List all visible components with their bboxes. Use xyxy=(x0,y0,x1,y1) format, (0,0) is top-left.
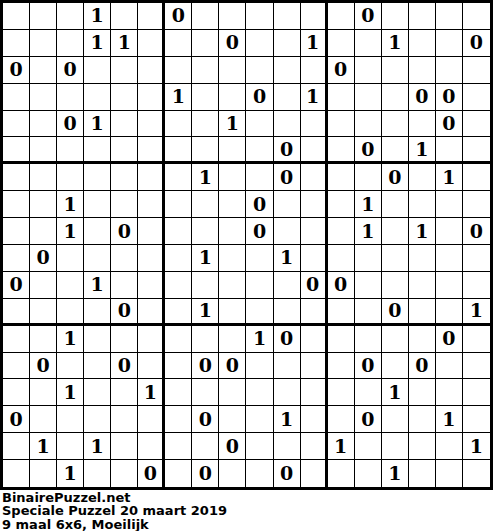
cell-r17c4: 1 xyxy=(84,433,111,460)
cell-r11c4: 1 xyxy=(84,272,111,299)
cell-r11c14[interactable] xyxy=(355,272,382,299)
cell-r17c11[interactable] xyxy=(274,433,301,460)
cell-r17c17[interactable] xyxy=(436,433,463,460)
cell-r4c16: 0 xyxy=(409,84,436,111)
cell-r14c8: 0 xyxy=(192,353,219,380)
cell-r8c18[interactable] xyxy=(463,191,490,218)
cell-r6c2[interactable] xyxy=(30,137,57,164)
cell-r7c12[interactable] xyxy=(301,164,328,191)
cell-r16c13[interactable] xyxy=(328,406,355,433)
cell-r18c17[interactable] xyxy=(436,460,463,487)
cell-r15c3: 1 xyxy=(57,379,84,406)
cell-r18c13[interactable] xyxy=(328,460,355,487)
cell-r9c4[interactable] xyxy=(84,218,111,245)
cell-r15c2[interactable] xyxy=(30,379,57,406)
cell-r3c14[interactable] xyxy=(355,57,382,84)
cell-r12c11[interactable] xyxy=(274,299,301,326)
cell-r14c13[interactable] xyxy=(328,353,355,380)
cell-r4c15[interactable] xyxy=(382,84,409,111)
cell-r7c16[interactable] xyxy=(409,164,436,191)
cell-r2c2[interactable] xyxy=(30,30,57,57)
cell-r3c15[interactable] xyxy=(382,57,409,84)
cell-r8c7[interactable] xyxy=(165,191,192,218)
cell-r16c8: 0 xyxy=(192,406,219,433)
cell-r6c9[interactable] xyxy=(219,137,246,164)
cell-r8c6[interactable] xyxy=(138,191,165,218)
cell-r2c12: 1 xyxy=(301,30,328,57)
cell-r11c9[interactable] xyxy=(219,272,246,299)
cell-r8c2[interactable] xyxy=(30,191,57,218)
cell-r18c1[interactable] xyxy=(3,460,30,487)
cell-r16c16[interactable] xyxy=(409,406,436,433)
cell-r13c13[interactable] xyxy=(328,326,355,353)
cell-r14c11[interactable] xyxy=(274,353,301,380)
cell-r5c8[interactable] xyxy=(192,111,219,138)
cell-r15c15: 1 xyxy=(382,379,409,406)
cell-r13c14[interactable] xyxy=(355,326,382,353)
cell-r15c17[interactable] xyxy=(436,379,463,406)
cell-r3c12[interactable] xyxy=(301,57,328,84)
cell-r15c14[interactable] xyxy=(355,379,382,406)
cell-r18c14[interactable] xyxy=(355,460,382,487)
cell-r6c4[interactable] xyxy=(84,137,111,164)
cell-r7c9[interactable] xyxy=(219,164,246,191)
cell-r14c18[interactable] xyxy=(463,353,490,380)
cell-r5c12[interactable] xyxy=(301,111,328,138)
cell-r5c10[interactable] xyxy=(246,111,273,138)
cell-r6c5[interactable] xyxy=(111,137,138,164)
cell-r14c6[interactable] xyxy=(138,353,165,380)
cell-r11c7[interactable] xyxy=(165,272,192,299)
cell-r5c16[interactable] xyxy=(409,111,436,138)
cell-r3c10[interactable] xyxy=(246,57,273,84)
cell-r18c3: 1 xyxy=(57,460,84,487)
cell-r4c17: 0 xyxy=(436,84,463,111)
cell-r3c4[interactable] xyxy=(84,57,111,84)
cell-r16c5[interactable] xyxy=(111,406,138,433)
cell-r17c1[interactable] xyxy=(3,433,30,460)
cell-r11c11[interactable] xyxy=(274,272,301,299)
cell-r7c7[interactable] xyxy=(165,164,192,191)
cell-r15c11[interactable] xyxy=(274,379,301,406)
cell-r1c12[interactable] xyxy=(301,3,328,30)
cell-r18c4[interactable] xyxy=(84,460,111,487)
cell-r18c18[interactable] xyxy=(463,460,490,487)
cell-r13c8[interactable] xyxy=(192,326,219,353)
cell-r1c3[interactable] xyxy=(57,3,84,30)
cell-r15c18[interactable] xyxy=(463,379,490,406)
cell-r13c17: 0 xyxy=(436,326,463,353)
cell-r9c13[interactable] xyxy=(328,218,355,245)
cell-r5c15[interactable] xyxy=(382,111,409,138)
cell-r13c1[interactable] xyxy=(3,326,30,353)
cell-r10c18[interactable] xyxy=(463,245,490,272)
cell-r6c13[interactable] xyxy=(328,137,355,164)
cell-r10c14[interactable] xyxy=(355,245,382,272)
cell-r8c17[interactable] xyxy=(436,191,463,218)
puzzle-board: 1001101100001010001100011001101100110011… xyxy=(0,0,493,490)
cell-r3c1: 0 xyxy=(3,57,30,84)
cell-r15c7[interactable] xyxy=(165,379,192,406)
cell-r12c13[interactable] xyxy=(328,299,355,326)
cell-r12c4[interactable] xyxy=(84,299,111,326)
site-name: BinairePuzzel.net xyxy=(2,491,493,504)
cell-r11c3[interactable] xyxy=(57,272,84,299)
cell-r5c17: 0 xyxy=(436,111,463,138)
cell-r9c9[interactable] xyxy=(219,218,246,245)
cell-r3c5[interactable] xyxy=(111,57,138,84)
cell-r11c15[interactable] xyxy=(382,272,409,299)
cell-r18c7[interactable] xyxy=(165,460,192,487)
cell-r4c4[interactable] xyxy=(84,84,111,111)
cell-r16c7[interactable] xyxy=(165,406,192,433)
cell-r9c1[interactable] xyxy=(3,218,30,245)
cell-r5c14[interactable] xyxy=(355,111,382,138)
cell-r17c18: 1 xyxy=(463,433,490,460)
cell-r7c18[interactable] xyxy=(463,164,490,191)
cell-r16c3[interactable] xyxy=(57,406,84,433)
cell-r2c6[interactable] xyxy=(138,30,165,57)
cell-r2c16[interactable] xyxy=(409,30,436,57)
cell-r15c16[interactable] xyxy=(409,379,436,406)
cell-r17c5[interactable] xyxy=(111,433,138,460)
cell-r11c17[interactable] xyxy=(436,272,463,299)
cell-r2c13[interactable] xyxy=(328,30,355,57)
cell-r2c7[interactable] xyxy=(165,30,192,57)
cell-r10c1[interactable] xyxy=(3,245,30,272)
cell-r5c18[interactable] xyxy=(463,111,490,138)
cell-r11c6[interactable] xyxy=(138,272,165,299)
cell-r5c13[interactable] xyxy=(328,111,355,138)
cell-r4c14[interactable] xyxy=(355,84,382,111)
cell-r8c8[interactable] xyxy=(192,191,219,218)
cell-r3c11[interactable] xyxy=(274,57,301,84)
cell-r4c8[interactable] xyxy=(192,84,219,111)
cell-r15c12[interactable] xyxy=(301,379,328,406)
cell-r16c9[interactable] xyxy=(219,406,246,433)
cell-r7c1[interactable] xyxy=(3,164,30,191)
cell-r6c7[interactable] xyxy=(165,137,192,164)
cell-r17c9: 0 xyxy=(219,433,246,460)
cell-r3c7[interactable] xyxy=(165,57,192,84)
cell-r7c6[interactable] xyxy=(138,164,165,191)
cell-r7c8: 1 xyxy=(192,164,219,191)
cell-r11c12: 0 xyxy=(301,272,328,299)
cell-r7c3[interactable] xyxy=(57,164,84,191)
cell-r17c16[interactable] xyxy=(409,433,436,460)
cell-r2c11[interactable] xyxy=(274,30,301,57)
cell-r11c8[interactable] xyxy=(192,272,219,299)
cell-r2c18: 0 xyxy=(463,30,490,57)
cell-r18c9[interactable] xyxy=(219,460,246,487)
cell-r8c13[interactable] xyxy=(328,191,355,218)
cell-r10c2: 0 xyxy=(30,245,57,272)
cell-r13c6[interactable] xyxy=(138,326,165,353)
cell-r12c9[interactable] xyxy=(219,299,246,326)
cell-r11c16[interactable] xyxy=(409,272,436,299)
cell-r18c16[interactable] xyxy=(409,460,436,487)
cell-r4c13[interactable] xyxy=(328,84,355,111)
cell-r4c18[interactable] xyxy=(463,84,490,111)
cell-r14c9: 0 xyxy=(219,353,246,380)
cell-r12c1[interactable] xyxy=(3,299,30,326)
cell-r9c8[interactable] xyxy=(192,218,219,245)
cell-r3c9[interactable] xyxy=(219,57,246,84)
cell-r14c1[interactable] xyxy=(3,353,30,380)
cell-r17c6[interactable] xyxy=(138,433,165,460)
cell-r15c4[interactable] xyxy=(84,379,111,406)
cell-r7c15: 0 xyxy=(382,164,409,191)
cell-r1c8[interactable] xyxy=(192,3,219,30)
cell-r6c17[interactable] xyxy=(436,137,463,164)
cell-r8c9[interactable] xyxy=(219,191,246,218)
cell-r2c14[interactable] xyxy=(355,30,382,57)
cell-r12c6[interactable] xyxy=(138,299,165,326)
cell-r4c5[interactable] xyxy=(111,84,138,111)
cell-r1c13[interactable] xyxy=(328,3,355,30)
cell-r5c6[interactable] xyxy=(138,111,165,138)
cell-r3c16[interactable] xyxy=(409,57,436,84)
cell-r5c7[interactable] xyxy=(165,111,192,138)
cell-r2c3[interactable] xyxy=(57,30,84,57)
cell-r18c10[interactable] xyxy=(246,460,273,487)
cell-r17c14[interactable] xyxy=(355,433,382,460)
cell-r14c5: 0 xyxy=(111,353,138,380)
cell-r7c2[interactable] xyxy=(30,164,57,191)
cell-r4c9[interactable] xyxy=(219,84,246,111)
cell-r1c2[interactable] xyxy=(30,3,57,30)
cell-r18c8: 0 xyxy=(192,460,219,487)
cell-r2c1[interactable] xyxy=(3,30,30,57)
cell-r17c12[interactable] xyxy=(301,433,328,460)
cell-r18c2[interactable] xyxy=(30,460,57,487)
cell-r18c5[interactable] xyxy=(111,460,138,487)
cell-r8c12[interactable] xyxy=(301,191,328,218)
cell-r14c10[interactable] xyxy=(246,353,273,380)
cell-r17c15[interactable] xyxy=(382,433,409,460)
cell-r13c10: 1 xyxy=(246,326,273,353)
cell-r1c10[interactable] xyxy=(246,3,273,30)
cell-r8c14: 1 xyxy=(355,191,382,218)
cell-r6c3[interactable] xyxy=(57,137,84,164)
cell-r16c11: 1 xyxy=(274,406,301,433)
cell-r17c8[interactable] xyxy=(192,433,219,460)
cell-r6c16: 1 xyxy=(409,137,436,164)
cell-r14c16: 0 xyxy=(409,353,436,380)
cell-r7c5[interactable] xyxy=(111,164,138,191)
cell-r10c13[interactable] xyxy=(328,245,355,272)
cell-r4c3[interactable] xyxy=(57,84,84,111)
cell-r13c15[interactable] xyxy=(382,326,409,353)
cell-r10c3[interactable] xyxy=(57,245,84,272)
cell-r9c7[interactable] xyxy=(165,218,192,245)
cell-r4c2[interactable] xyxy=(30,84,57,111)
cell-r16c1: 0 xyxy=(3,406,30,433)
cell-r10c16[interactable] xyxy=(409,245,436,272)
cell-r11c5[interactable] xyxy=(111,272,138,299)
cell-r9c10: 0 xyxy=(246,218,273,245)
cell-r5c1[interactable] xyxy=(3,111,30,138)
cell-r8c16[interactable] xyxy=(409,191,436,218)
cell-r12c7[interactable] xyxy=(165,299,192,326)
cell-r6c8[interactable] xyxy=(192,137,219,164)
cell-r1c1[interactable] xyxy=(3,3,30,30)
cell-r13c16[interactable] xyxy=(409,326,436,353)
cell-r9c16: 1 xyxy=(409,218,436,245)
cell-r14c2: 0 xyxy=(30,353,57,380)
cell-r16c18[interactable] xyxy=(463,406,490,433)
cell-r5c11[interactable] xyxy=(274,111,301,138)
cell-r3c2[interactable] xyxy=(30,57,57,84)
cell-r15c13[interactable] xyxy=(328,379,355,406)
cell-r1c7: 0 xyxy=(165,3,192,30)
cell-r11c2[interactable] xyxy=(30,272,57,299)
cell-r17c10[interactable] xyxy=(246,433,273,460)
cell-r6c15[interactable] xyxy=(382,137,409,164)
cell-r17c2: 1 xyxy=(30,433,57,460)
cell-r16c2[interactable] xyxy=(30,406,57,433)
cell-r16c10[interactable] xyxy=(246,406,273,433)
cell-r9c6[interactable] xyxy=(138,218,165,245)
cell-r9c17[interactable] xyxy=(436,218,463,245)
cell-r13c5[interactable] xyxy=(111,326,138,353)
cell-r12c14[interactable] xyxy=(355,299,382,326)
cell-r8c5[interactable] xyxy=(111,191,138,218)
cell-r16c15[interactable] xyxy=(382,406,409,433)
cell-r13c9[interactable] xyxy=(219,326,246,353)
cell-r7c11: 0 xyxy=(274,164,301,191)
cell-r6c10[interactable] xyxy=(246,137,273,164)
cell-r3c8[interactable] xyxy=(192,57,219,84)
cell-r13c18[interactable] xyxy=(463,326,490,353)
cell-r8c3: 1 xyxy=(57,191,84,218)
cell-r12c3[interactable] xyxy=(57,299,84,326)
cell-r7c14[interactable] xyxy=(355,164,382,191)
cell-r9c12[interactable] xyxy=(301,218,328,245)
cell-r1c11[interactable] xyxy=(274,3,301,30)
cell-r3c17[interactable] xyxy=(436,57,463,84)
cell-r2c8[interactable] xyxy=(192,30,219,57)
cell-r1c5[interactable] xyxy=(111,3,138,30)
cell-r15c1[interactable] xyxy=(3,379,30,406)
cell-r4c6[interactable] xyxy=(138,84,165,111)
cell-r3c6[interactable] xyxy=(138,57,165,84)
footer: BinairePuzzel.net Speciale Puzzel 20 maa… xyxy=(0,490,493,531)
cell-r17c3[interactable] xyxy=(57,433,84,460)
cell-r14c7[interactable] xyxy=(165,353,192,380)
cell-r16c12[interactable] xyxy=(301,406,328,433)
cell-r12c18: 1 xyxy=(463,299,490,326)
cell-r12c17[interactable] xyxy=(436,299,463,326)
cell-r13c4[interactable] xyxy=(84,326,111,353)
cell-r10c4[interactable] xyxy=(84,245,111,272)
cell-r8c11[interactable] xyxy=(274,191,301,218)
cell-r8c4[interactable] xyxy=(84,191,111,218)
cell-r11c10[interactable] xyxy=(246,272,273,299)
cell-r1c9[interactable] xyxy=(219,3,246,30)
cell-r10c5[interactable] xyxy=(111,245,138,272)
cell-r18c12[interactable] xyxy=(301,460,328,487)
cell-r6c12[interactable] xyxy=(301,137,328,164)
cell-r14c3[interactable] xyxy=(57,353,84,380)
cell-r2c17[interactable] xyxy=(436,30,463,57)
cell-r7c13[interactable] xyxy=(328,164,355,191)
cell-r5c2[interactable] xyxy=(30,111,57,138)
cell-r7c10[interactable] xyxy=(246,164,273,191)
cell-r1c17[interactable] xyxy=(436,3,463,30)
cell-r8c15[interactable] xyxy=(382,191,409,218)
cell-r13c2[interactable] xyxy=(30,326,57,353)
cell-r4c1[interactable] xyxy=(3,84,30,111)
cell-r2c4: 1 xyxy=(84,30,111,57)
cell-r1c15[interactable] xyxy=(382,3,409,30)
cell-r2c9: 0 xyxy=(219,30,246,57)
cell-r12c5: 0 xyxy=(111,299,138,326)
cell-r12c10[interactable] xyxy=(246,299,273,326)
cell-r15c10[interactable] xyxy=(246,379,273,406)
cell-r6c18[interactable] xyxy=(463,137,490,164)
cell-r10c6[interactable] xyxy=(138,245,165,272)
cell-r12c2[interactable] xyxy=(30,299,57,326)
cell-r10c8: 1 xyxy=(192,245,219,272)
cell-r17c7[interactable] xyxy=(165,433,192,460)
cell-r10c12[interactable] xyxy=(301,245,328,272)
cell-r14c15[interactable] xyxy=(382,353,409,380)
cell-r1c6[interactable] xyxy=(138,3,165,30)
cell-r12c12[interactable] xyxy=(301,299,328,326)
cell-r9c14: 1 xyxy=(355,218,382,245)
cell-r14c12[interactable] xyxy=(301,353,328,380)
cell-r16c14: 0 xyxy=(355,406,382,433)
cell-r16c6[interactable] xyxy=(138,406,165,433)
cell-r10c10[interactable] xyxy=(246,245,273,272)
cell-r11c18[interactable] xyxy=(463,272,490,299)
cell-r9c2[interactable] xyxy=(30,218,57,245)
cell-r16c4[interactable] xyxy=(84,406,111,433)
cell-r10c15[interactable] xyxy=(382,245,409,272)
cell-r3c18[interactable] xyxy=(463,57,490,84)
cell-r14c4[interactable] xyxy=(84,353,111,380)
cell-r3c13: 0 xyxy=(328,57,355,84)
cell-r10c9[interactable] xyxy=(219,245,246,272)
cell-r14c17[interactable] xyxy=(436,353,463,380)
puzzle-subtitle: 9 maal 6x6, Moeilijk xyxy=(2,518,493,531)
cell-r8c1[interactable] xyxy=(3,191,30,218)
cell-r6c1[interactable] xyxy=(3,137,30,164)
cell-r6c6[interactable] xyxy=(138,137,165,164)
cell-r5c5[interactable] xyxy=(111,111,138,138)
cell-r15c8[interactable] xyxy=(192,379,219,406)
cell-r10c17[interactable] xyxy=(436,245,463,272)
cell-r1c18[interactable] xyxy=(463,3,490,30)
cell-r13c7[interactable] xyxy=(165,326,192,353)
cell-r12c16[interactable] xyxy=(409,299,436,326)
cell-r1c16[interactable] xyxy=(409,3,436,30)
cell-r10c7[interactable] xyxy=(165,245,192,272)
cell-r15c5[interactable] xyxy=(111,379,138,406)
cell-r9c15[interactable] xyxy=(382,218,409,245)
cell-r7c17: 1 xyxy=(436,164,463,191)
cell-r9c11[interactable] xyxy=(274,218,301,245)
cell-r5c3: 0 xyxy=(57,111,84,138)
cell-r4c11[interactable] xyxy=(274,84,301,111)
cell-r12c8: 1 xyxy=(192,299,219,326)
cell-r2c15: 1 xyxy=(382,30,409,57)
cell-r7c4[interactable] xyxy=(84,164,111,191)
cell-r2c10[interactable] xyxy=(246,30,273,57)
cell-r15c9[interactable] xyxy=(219,379,246,406)
cell-r13c12[interactable] xyxy=(301,326,328,353)
